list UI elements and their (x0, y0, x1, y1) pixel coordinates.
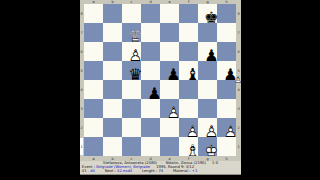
piece-outline: ♙ (126, 46, 145, 65)
rank-label-right-7: 7 (237, 27, 240, 38)
chess-board: ♚♛♕♟♙♟♛♟♝♟♟♟♙♟♙♟♙♟♙♝♗♚♔ ♟ ♙ aabbccddeeff… (80, 0, 241, 161)
rank-label-left-7: 7 (80, 27, 83, 38)
square-g3 (198, 99, 217, 118)
square-e6 (160, 42, 179, 61)
file-label-bottom-f: f (183, 157, 194, 160)
square-c1 (122, 137, 141, 156)
piece-wQ-c7: ♛♕ (126, 27, 145, 46)
rank-label-right-4: 4 (237, 84, 240, 95)
piece-wP-g2: ♟♙ (202, 122, 221, 141)
square-b7 (103, 23, 122, 42)
black-player-elo: (2190) (194, 161, 206, 165)
square-b4 (103, 80, 122, 99)
piece-outline: ♙ (202, 122, 221, 141)
file-label-bottom-b: b (107, 157, 118, 160)
square-b5 (103, 61, 122, 80)
square-b6 (103, 42, 122, 61)
square-a7 (84, 23, 103, 42)
file-label-bottom-h: h (221, 157, 232, 160)
file-label-top-f: f (183, 0, 194, 3)
square-b8 (103, 4, 122, 23)
square-f6 (179, 42, 198, 61)
piece-bB-f5: ♝ (183, 65, 202, 84)
square-a6 (84, 42, 103, 61)
piece-outline: ♙ (164, 103, 183, 122)
square-d1 (141, 137, 160, 156)
game-result: 1-0 (212, 161, 218, 165)
piece-bK-g8: ♚ (202, 8, 221, 27)
rank-label-right-8: 8 (237, 8, 240, 19)
piece-wP-e3: ♟♙ (164, 103, 183, 122)
file-label-top-c: c (126, 0, 137, 3)
rank-label-left-4: 4 (80, 84, 83, 95)
square-d8 (141, 4, 160, 23)
board-squares: ♚♛♕♟♙♟♛♟♝♟♟♟♙♟♙♟♙♟♙♝♗♚♔ (84, 4, 236, 156)
piece-bQ-c5: ♛ (126, 65, 145, 84)
move-info-line: 41 . d4 Next : 42.exd4 Length : 74 Mater… (80, 169, 241, 173)
length-label: Length : (142, 169, 157, 173)
square-f8 (179, 4, 198, 23)
rank-label-left-6: 6 (80, 46, 83, 57)
file-label-top-e: e (164, 0, 175, 3)
material-value: +1 (192, 169, 197, 173)
game-info-text: Stefanova, Antoaneta (2480) - Nikolin, Z… (80, 161, 241, 173)
square-d2 (141, 118, 160, 137)
square-e1 (160, 137, 179, 156)
square-c2 (122, 118, 141, 137)
square-a8 (84, 4, 103, 23)
piece-bP-g6: ♟ (202, 46, 221, 65)
square-f7 (179, 23, 198, 42)
file-label-bottom-g: g (202, 157, 213, 160)
file-label-bottom-c: c (126, 157, 137, 160)
file-label-bottom-d: d (145, 157, 156, 160)
file-label-bottom-a: a (88, 157, 99, 160)
square-b1 (103, 137, 122, 156)
file-label-top-d: d (145, 0, 156, 3)
piece-wP-f2: ♟♙ (183, 122, 202, 141)
square-e7 (160, 23, 179, 42)
next-label: Next : (105, 169, 116, 173)
rank-label-right-2: 2 (237, 122, 240, 133)
rank-label-left-8: 8 (80, 8, 83, 19)
piece-wP-c6: ♟♙ (126, 46, 145, 65)
square-e8 (160, 4, 179, 23)
rank-label-right-6: 6 (237, 46, 240, 57)
material-label: Material : (173, 169, 191, 173)
file-label-top-a: a (88, 0, 99, 3)
piece-outline: ♕ (126, 27, 145, 46)
rank-label-left-2: 2 (80, 122, 83, 133)
move-number: 41 . (82, 169, 89, 173)
square-a4 (84, 80, 103, 99)
video-frame: ♚♛♕♟♙♟♛♟♝♟♟♟♙♟♙♟♙♟♙♝♗♚♔ ♟ ♙ aabbccddeeff… (0, 0, 320, 180)
square-c8 (122, 4, 141, 23)
square-h3 (217, 99, 236, 118)
rank-label-right-1: 1 (237, 141, 240, 152)
rank-label-right-5: 5 (237, 65, 240, 76)
rank-label-left-1: 1 (80, 141, 83, 152)
file-label-bottom-e: e (164, 157, 175, 160)
game-info-panel: Stefanova, Antoaneta (2480) - Nikolin, Z… (80, 161, 241, 175)
square-a5 (84, 61, 103, 80)
rank-label-right-3: 3 (237, 103, 240, 114)
square-b3 (103, 99, 122, 118)
rank-label-left-3: 3 (80, 103, 83, 114)
piece-outline: ♙ (183, 122, 202, 141)
rank-label-left-5: 5 (80, 65, 83, 76)
piece-bP-d4: ♟ (145, 84, 164, 103)
next-move: 42.exd4 (117, 169, 132, 173)
last-move: d4 (90, 169, 95, 173)
square-c3 (122, 99, 141, 118)
square-a3 (84, 99, 103, 118)
file-label-top-h: h (221, 0, 232, 3)
file-label-top-g: g (202, 0, 213, 3)
square-a2 (84, 118, 103, 137)
piece-bP-e5: ♟ (164, 65, 183, 84)
file-label-top-b: b (107, 0, 118, 3)
square-b2 (103, 118, 122, 137)
square-a1 (84, 137, 103, 156)
length-value: 74 (158, 169, 163, 173)
